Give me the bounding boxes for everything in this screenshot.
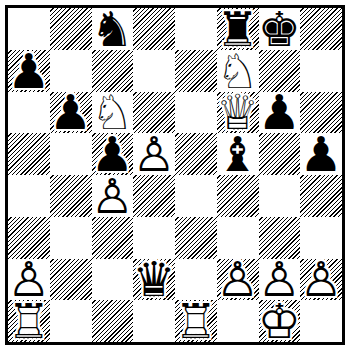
square-b2[interactable] bbox=[50, 259, 92, 301]
square-a6[interactable] bbox=[8, 92, 50, 134]
white-knight-glyph: ♘ bbox=[91, 88, 134, 136]
square-e8[interactable] bbox=[175, 8, 217, 50]
black-rook-glyph: ♜ bbox=[216, 5, 259, 53]
black-pawn-glyph: ♟ bbox=[7, 47, 50, 95]
black-pawn-halo: ♟ bbox=[300, 130, 343, 178]
square-b5[interactable] bbox=[50, 133, 92, 175]
white-king: ♚♔ bbox=[259, 300, 301, 342]
square-g5[interactable] bbox=[259, 133, 301, 175]
white-rook-halo: ♜ bbox=[174, 297, 217, 345]
square-g2[interactable]: ♟♙ bbox=[259, 259, 301, 301]
white-rook-glyph: ♖ bbox=[7, 297, 50, 345]
square-d6[interactable] bbox=[133, 92, 175, 134]
white-queen-halo: ♛ bbox=[216, 88, 259, 136]
black-pawn: ♟♟ bbox=[92, 133, 134, 175]
white-knight: ♞♘ bbox=[92, 92, 134, 134]
white-rook: ♜♖ bbox=[8, 300, 50, 342]
white-queen: ♛♕ bbox=[217, 92, 259, 134]
square-d4[interactable] bbox=[133, 175, 175, 217]
square-d5[interactable]: ♟♙ bbox=[133, 133, 175, 175]
square-e1[interactable]: ♜♖ bbox=[175, 300, 217, 342]
white-pawn-halo: ♟ bbox=[7, 255, 50, 303]
white-pawn-glyph: ♙ bbox=[7, 255, 50, 303]
white-rook-halo: ♜ bbox=[7, 297, 50, 345]
chess-board: ♞♞♜♜♚♚♟♟♞♘♟♟♞♘♛♕♟♟♟♟♟♙♝♝♟♟♟♙♟♙♛♛♟♙♟♙♟♙♜♖… bbox=[8, 8, 342, 342]
black-queen-halo: ♛ bbox=[133, 255, 176, 303]
black-bishop-halo: ♝ bbox=[216, 130, 259, 178]
white-pawn: ♟♙ bbox=[133, 133, 175, 175]
square-c3[interactable] bbox=[92, 217, 134, 259]
black-pawn: ♟♟ bbox=[8, 50, 50, 92]
square-d3[interactable] bbox=[133, 217, 175, 259]
square-e7[interactable] bbox=[175, 50, 217, 92]
square-b6[interactable]: ♟♟ bbox=[50, 92, 92, 134]
square-c1[interactable] bbox=[92, 300, 134, 342]
black-pawn: ♟♟ bbox=[50, 92, 92, 134]
black-bishop: ♝♝ bbox=[217, 133, 259, 175]
square-e2[interactable] bbox=[175, 259, 217, 301]
white-pawn: ♟♙ bbox=[217, 259, 259, 301]
white-knight-glyph: ♘ bbox=[216, 47, 259, 95]
black-pawn-halo: ♟ bbox=[7, 47, 50, 95]
white-knight-halo: ♞ bbox=[91, 88, 134, 136]
white-pawn-halo: ♟ bbox=[133, 130, 176, 178]
square-b7[interactable] bbox=[50, 50, 92, 92]
square-h8[interactable] bbox=[300, 8, 342, 50]
black-rook-halo: ♜ bbox=[216, 5, 259, 53]
square-e5[interactable] bbox=[175, 133, 217, 175]
white-king-halo: ♚ bbox=[258, 297, 301, 345]
square-g8[interactable]: ♚♚ bbox=[259, 8, 301, 50]
square-a2[interactable]: ♟♙ bbox=[8, 259, 50, 301]
square-h2[interactable]: ♟♙ bbox=[300, 259, 342, 301]
square-a3[interactable] bbox=[8, 217, 50, 259]
white-pawn: ♟♙ bbox=[300, 259, 342, 301]
square-c5[interactable]: ♟♟ bbox=[92, 133, 134, 175]
square-b8[interactable] bbox=[50, 8, 92, 50]
white-pawn-halo: ♟ bbox=[91, 172, 134, 220]
square-d2[interactable]: ♛♛ bbox=[133, 259, 175, 301]
black-king: ♚♚ bbox=[259, 8, 301, 50]
square-d7[interactable] bbox=[133, 50, 175, 92]
black-knight-glyph: ♞ bbox=[91, 5, 134, 53]
black-king-halo: ♚ bbox=[258, 5, 301, 53]
square-c2[interactable] bbox=[92, 259, 134, 301]
square-d8[interactable] bbox=[133, 8, 175, 50]
black-bishop-glyph: ♝ bbox=[216, 130, 259, 178]
square-f6[interactable]: ♛♕ bbox=[217, 92, 259, 134]
square-g3[interactable] bbox=[259, 217, 301, 259]
white-knight-halo: ♞ bbox=[216, 47, 259, 95]
square-b1[interactable] bbox=[50, 300, 92, 342]
square-c6[interactable]: ♞♘ bbox=[92, 92, 134, 134]
white-knight: ♞♘ bbox=[217, 50, 259, 92]
square-a5[interactable] bbox=[8, 133, 50, 175]
square-h4[interactable] bbox=[300, 175, 342, 217]
square-h1[interactable] bbox=[300, 300, 342, 342]
square-h7[interactable] bbox=[300, 50, 342, 92]
black-pawn-glyph: ♟ bbox=[258, 88, 301, 136]
chess-diagram: ♞♞♜♜♚♚♟♟♞♘♟♟♞♘♛♕♟♟♟♟♟♙♝♝♟♟♟♙♟♙♛♛♟♙♟♙♟♙♜♖… bbox=[0, 0, 350, 350]
white-pawn-glyph: ♙ bbox=[133, 130, 176, 178]
square-g4[interactable] bbox=[259, 175, 301, 217]
square-f8[interactable]: ♜♜ bbox=[217, 8, 259, 50]
square-e3[interactable] bbox=[175, 217, 217, 259]
white-pawn-halo: ♟ bbox=[300, 255, 343, 303]
black-pawn-halo: ♟ bbox=[49, 88, 92, 136]
black-queen-glyph: ♛ bbox=[133, 255, 176, 303]
white-pawn-halo: ♟ bbox=[258, 255, 301, 303]
black-pawn-glyph: ♟ bbox=[91, 130, 134, 178]
white-pawn: ♟♙ bbox=[92, 175, 134, 217]
white-pawn-halo: ♟ bbox=[216, 255, 259, 303]
black-pawn-halo: ♟ bbox=[258, 88, 301, 136]
square-a7[interactable]: ♟♟ bbox=[8, 50, 50, 92]
square-b3[interactable] bbox=[50, 217, 92, 259]
square-c4[interactable]: ♟♙ bbox=[92, 175, 134, 217]
square-c7[interactable] bbox=[92, 50, 134, 92]
square-f4[interactable] bbox=[217, 175, 259, 217]
square-d1[interactable] bbox=[133, 300, 175, 342]
square-f1[interactable] bbox=[217, 300, 259, 342]
square-f2[interactable]: ♟♙ bbox=[217, 259, 259, 301]
black-pawn-halo: ♟ bbox=[91, 130, 134, 178]
square-h6[interactable] bbox=[300, 92, 342, 134]
white-rook-glyph: ♖ bbox=[174, 297, 217, 345]
square-c8[interactable]: ♞♞ bbox=[92, 8, 134, 50]
black-king-glyph: ♚ bbox=[258, 5, 301, 53]
black-queen: ♛♛ bbox=[133, 259, 175, 301]
white-pawn-glyph: ♙ bbox=[300, 255, 343, 303]
square-g7[interactable] bbox=[259, 50, 301, 92]
square-f3[interactable] bbox=[217, 217, 259, 259]
black-pawn: ♟♟ bbox=[300, 133, 342, 175]
square-g6[interactable]: ♟♟ bbox=[259, 92, 301, 134]
white-queen-glyph: ♕ bbox=[216, 88, 259, 136]
square-e6[interactable] bbox=[175, 92, 217, 134]
square-a1[interactable]: ♜♖ bbox=[8, 300, 50, 342]
square-g1[interactable]: ♚♔ bbox=[259, 300, 301, 342]
white-pawn-glyph: ♙ bbox=[216, 255, 259, 303]
white-pawn: ♟♙ bbox=[259, 259, 301, 301]
black-knight: ♞♞ bbox=[92, 8, 134, 50]
white-pawn-glyph: ♙ bbox=[91, 172, 134, 220]
black-rook: ♜♜ bbox=[217, 8, 259, 50]
square-e4[interactable] bbox=[175, 175, 217, 217]
square-a4[interactable] bbox=[8, 175, 50, 217]
white-rook: ♜♖ bbox=[175, 300, 217, 342]
white-pawn-glyph: ♙ bbox=[258, 255, 301, 303]
square-h5[interactable]: ♟♟ bbox=[300, 133, 342, 175]
board-border: ♞♞♜♜♚♚♟♟♞♘♟♟♞♘♛♕♟♟♟♟♟♙♝♝♟♟♟♙♟♙♛♛♟♙♟♙♟♙♜♖… bbox=[5, 5, 345, 345]
white-pawn: ♟♙ bbox=[8, 259, 50, 301]
black-pawn: ♟♟ bbox=[259, 92, 301, 134]
square-h3[interactable] bbox=[300, 217, 342, 259]
square-a8[interactable] bbox=[8, 8, 50, 50]
black-pawn-glyph: ♟ bbox=[49, 88, 92, 136]
black-pawn-glyph: ♟ bbox=[300, 130, 343, 178]
white-king-glyph: ♔ bbox=[258, 297, 301, 345]
square-f7[interactable]: ♞♘ bbox=[217, 50, 259, 92]
square-f5[interactable]: ♝♝ bbox=[217, 133, 259, 175]
black-knight-halo: ♞ bbox=[91, 5, 134, 53]
square-b4[interactable] bbox=[50, 175, 92, 217]
